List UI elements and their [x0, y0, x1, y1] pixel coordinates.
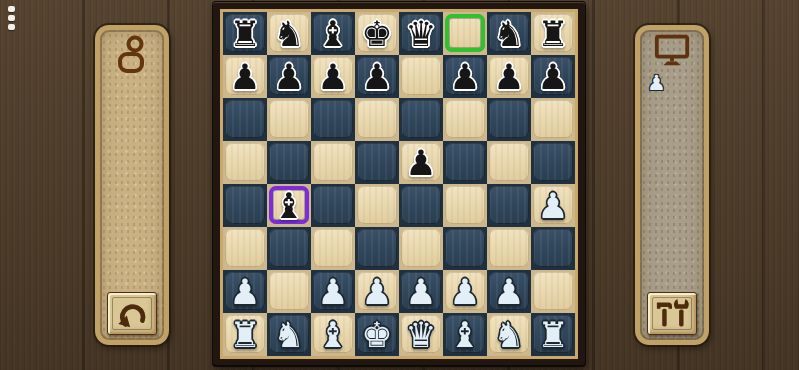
last-move-highlight-c8: [445, 14, 485, 52]
black-rook-h8[interactable]: ♜: [223, 12, 267, 55]
square-d1[interactable]: ♛: [399, 313, 443, 356]
square-f3[interactable]: [311, 227, 355, 270]
square-d5[interactable]: ♟: [399, 141, 443, 184]
square-c8[interactable]: [443, 12, 487, 55]
square-d4[interactable]: [399, 184, 443, 227]
black-rook-a8[interactable]: ♜: [531, 12, 575, 55]
square-b1[interactable]: ♞: [487, 313, 531, 356]
white-knight-g1[interactable]: ♞: [267, 313, 311, 356]
square-d3[interactable]: [399, 227, 443, 270]
square-f6[interactable]: [311, 98, 355, 141]
white-pawn-d2[interactable]: ♟: [399, 270, 443, 313]
square-g1[interactable]: ♞: [267, 313, 311, 356]
white-pawn-e2[interactable]: ♟: [355, 270, 399, 313]
square-a5[interactable]: [531, 141, 575, 184]
white-rook-a1[interactable]: ♜: [531, 313, 575, 356]
settings-button[interactable]: [647, 292, 697, 335]
square-e5[interactable]: [355, 141, 399, 184]
square-a8[interactable]: ♜: [531, 12, 575, 55]
square-c7[interactable]: ♟: [443, 55, 487, 98]
black-knight-g8[interactable]: ♞: [267, 12, 311, 55]
person-icon: [113, 33, 151, 75]
white-pawn-a4[interactable]: ♟: [531, 184, 575, 227]
black-knight-b8[interactable]: ♞: [487, 12, 531, 55]
square-b4[interactable]: [487, 184, 531, 227]
square-e2[interactable]: ♟: [355, 270, 399, 313]
square-b7[interactable]: ♟: [487, 55, 531, 98]
square-g6[interactable]: [267, 98, 311, 141]
square-c3[interactable]: [443, 227, 487, 270]
square-f4[interactable]: [311, 184, 355, 227]
square-h3[interactable]: [223, 227, 267, 270]
square-a1[interactable]: ♜: [531, 313, 575, 356]
square-g5[interactable]: [267, 141, 311, 184]
white-rook-h1[interactable]: ♜: [223, 313, 267, 356]
white-pawn-b2[interactable]: ♟: [487, 270, 531, 313]
undo-button[interactable]: [107, 292, 157, 335]
square-c4[interactable]: [443, 184, 487, 227]
square-c6[interactable]: [443, 98, 487, 141]
square-g8[interactable]: ♞: [267, 12, 311, 55]
square-a2[interactable]: [531, 270, 575, 313]
menu-dot: [8, 6, 15, 12]
square-a7[interactable]: ♟: [531, 55, 575, 98]
square-d7[interactable]: [399, 55, 443, 98]
square-f1[interactable]: ♝: [311, 313, 355, 356]
square-b8[interactable]: ♞: [487, 12, 531, 55]
chess-board: ♜♞♝♚♛♞♜♟♟♟♟♟♟♟♟♝♟♟♟♟♟♟♟♜♞♝♚♛♝♞♜: [213, 2, 585, 366]
square-h2[interactable]: ♟: [223, 270, 267, 313]
square-f8[interactable]: ♝: [311, 12, 355, 55]
white-bishop-f1[interactable]: ♝: [311, 313, 355, 356]
white-queen-d1[interactable]: ♛: [399, 313, 443, 356]
black-pawn-h7[interactable]: ♟: [223, 55, 267, 98]
board-grid: ♜♞♝♚♛♞♜♟♟♟♟♟♟♟♟♝♟♟♟♟♟♟♟♜♞♝♚♛♝♞♜: [223, 12, 575, 356]
square-b2[interactable]: ♟: [487, 270, 531, 313]
square-h8[interactable]: ♜: [223, 12, 267, 55]
square-a6[interactable]: [531, 98, 575, 141]
square-b6[interactable]: [487, 98, 531, 141]
square-h6[interactable]: [223, 98, 267, 141]
computer-monitor-icon: [653, 33, 691, 67]
square-g4[interactable]: ♝: [267, 184, 311, 227]
square-e6[interactable]: [355, 98, 399, 141]
black-bishop-f8[interactable]: ♝: [311, 12, 355, 55]
square-h1[interactable]: ♜: [223, 313, 267, 356]
black-pawn-c7[interactable]: ♟: [443, 55, 487, 98]
square-g3[interactable]: [267, 227, 311, 270]
black-pawn-f7[interactable]: ♟: [311, 55, 355, 98]
chess-app-screen: ♜♞♝♚♛♞♜♟♟♟♟♟♟♟♟♝♟♟♟♟♟♟♟♜♞♝♚♛♝♞♜ ♟: [0, 0, 799, 370]
white-bishop-c1[interactable]: ♝: [443, 313, 487, 356]
square-g7[interactable]: ♟: [267, 55, 311, 98]
white-pawn-f2[interactable]: ♟: [311, 270, 355, 313]
square-h7[interactable]: ♟: [223, 55, 267, 98]
square-a3[interactable]: [531, 227, 575, 270]
square-e7[interactable]: ♟: [355, 55, 399, 98]
square-e8[interactable]: ♚: [355, 12, 399, 55]
menu-dot: [8, 24, 15, 30]
black-pawn-a7[interactable]: ♟: [531, 55, 575, 98]
square-c5[interactable]: [443, 141, 487, 184]
square-d8[interactable]: ♛: [399, 12, 443, 55]
black-pawn-b7[interactable]: ♟: [487, 55, 531, 98]
white-king-e1[interactable]: ♚: [355, 313, 399, 356]
undo-arrow-icon: [115, 297, 149, 331]
square-b5[interactable]: [487, 141, 531, 184]
square-h4[interactable]: [223, 184, 267, 227]
square-c1[interactable]: ♝: [443, 313, 487, 356]
square-b3[interactable]: [487, 227, 531, 270]
square-a4[interactable]: ♟: [531, 184, 575, 227]
menu-dot: [8, 15, 15, 21]
square-d6[interactable]: [399, 98, 443, 141]
human-player-panel: [95, 25, 169, 345]
white-pawn-h2[interactable]: ♟: [223, 270, 267, 313]
square-g2[interactable]: [267, 270, 311, 313]
black-pawn-e7[interactable]: ♟: [355, 55, 399, 98]
square-d2[interactable]: ♟: [399, 270, 443, 313]
square-f7[interactable]: ♟: [311, 55, 355, 98]
board-frame-line: ♜♞♝♚♛♞♜♟♟♟♟♟♟♟♟♝♟♟♟♟♟♟♟♜♞♝♚♛♝♞♜: [220, 9, 578, 359]
computer-player-panel: ♟: [635, 25, 709, 345]
square-e3[interactable]: [355, 227, 399, 270]
black-pawn-g7[interactable]: ♟: [267, 55, 311, 98]
square-c2[interactable]: ♟: [443, 270, 487, 313]
white-knight-b1[interactable]: ♞: [487, 313, 531, 356]
computer-captured-pieces-tray: ♟: [647, 71, 697, 95]
square-f5[interactable]: [311, 141, 355, 184]
square-h5[interactable]: [223, 141, 267, 184]
black-pawn-d5[interactable]: ♟: [399, 141, 443, 184]
captured-white-pawn: ♟: [647, 71, 666, 95]
white-pawn-c2[interactable]: ♟: [443, 270, 487, 313]
black-king-e8[interactable]: ♚: [355, 12, 399, 55]
hammer-wrench-tools-icon: [654, 298, 690, 330]
black-queen-d8[interactable]: ♛: [399, 12, 443, 55]
square-e1[interactable]: ♚: [355, 313, 399, 356]
square-f2[interactable]: ♟: [311, 270, 355, 313]
square-e4[interactable]: [355, 184, 399, 227]
black-bishop-g4[interactable]: ♝: [267, 184, 311, 227]
kebab-menu-icon[interactable]: [8, 6, 20, 30]
